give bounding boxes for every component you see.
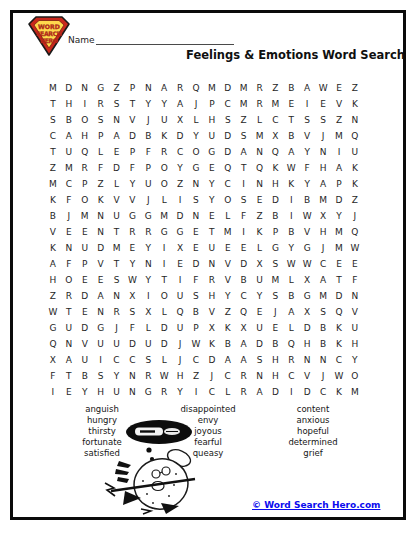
grid-cell: I [140,288,156,304]
grid-cell: Q [172,304,188,320]
grid-cell: U [61,320,77,336]
grid-cell: I [77,96,93,112]
grid-cell: K [45,192,61,208]
grid-cell: C [236,288,252,304]
grid-cell: H [61,96,77,112]
grid-cell: D [109,160,125,176]
potato-mascot-cartoon [95,411,210,515]
grid-cell: M [220,224,236,240]
grid-cell: U [109,384,125,400]
word-search-hero-logo-icon: WORD SEARCH HERO [26,13,72,59]
grid-cell: Z [347,192,363,208]
grid-cell: B [267,208,283,224]
grid-cell: H [93,384,109,400]
grid-cell: M [315,192,331,208]
grid-cell: N [299,352,315,368]
grid-cell: Z [109,80,125,96]
grid-cell: U [140,176,156,192]
grid-cell: A [252,384,268,400]
grid-cell: C [220,176,236,192]
grid-cell: D [299,320,315,336]
grid-cell: E [347,256,363,272]
grid-cell: L [188,112,204,128]
grid-cell: C [188,352,204,368]
grid-cell: E [204,160,220,176]
grid-cell: N [188,176,204,192]
grid-cell: Q [331,304,347,320]
grid-cell: M [77,208,93,224]
grid-cell: Q [267,144,283,160]
grid-cell: D [236,256,252,272]
grid-cell: B [283,224,299,240]
grid-cell: P [267,224,283,240]
grid-cell: U [347,144,363,160]
grid-cell: D [77,288,93,304]
grid-cell: N [188,208,204,224]
grid-cell: C [315,384,331,400]
grid-cell: U [93,336,109,352]
grid-cell: B [283,128,299,144]
grid-cell: M [315,288,331,304]
grid-cell: R [61,288,77,304]
grid-cell: Q [220,160,236,176]
grid-cell: N [252,368,268,384]
grid-cell: L [109,176,125,192]
grid-cell: N [109,112,125,128]
grid-cell: Y [299,176,315,192]
grid-cell: D [220,128,236,144]
grid-cell: K [347,176,363,192]
grid-cell: J [109,320,125,336]
grid-cell: E [204,208,220,224]
grid-cell: K [347,96,363,112]
grid-cell: M [331,240,347,256]
grid-cell: G [267,240,283,256]
grid-cell: U [156,112,172,128]
grid-cell: N [347,288,363,304]
grid-cell: C [331,352,347,368]
grid-cell: V [93,256,109,272]
grid-cell: D [77,320,93,336]
grid-cell: M [156,208,172,224]
grid-cell: K [93,192,109,208]
grid-cell: S [109,96,125,112]
grid-cell: E [220,240,236,256]
grid-cell: L [220,384,236,400]
grid-cell: H [204,288,220,304]
grid-cell: D [267,192,283,208]
grid-cell: P [93,128,109,144]
name-blank-line [96,31,234,45]
grid-cell: X [267,128,283,144]
grid-cell: G [156,224,172,240]
word-list-item: hopeful [288,426,337,437]
grid-cell: E [77,272,93,288]
grid-cell: S [267,256,283,272]
grid-cell: G [172,224,188,240]
grid-cell: M [45,80,61,96]
grid-cell: Z [347,80,363,96]
grid-cell: U [61,144,77,160]
grid-cell: K [156,128,172,144]
grid-cell: Q [252,160,268,176]
grid-cell: D [331,192,347,208]
grid-cell: L [283,272,299,288]
grid-cell: E [109,144,125,160]
grid-cell: T [45,144,61,160]
grid-cell: M [347,384,363,400]
grid-cell: I [331,144,347,160]
grid-cell: N [252,144,268,160]
grid-cell: Z [93,176,109,192]
grid-cell: I [172,272,188,288]
grid-cell: J [140,192,156,208]
grid-cell: B [220,336,236,352]
grid-cell: P [204,96,220,112]
grid-cell: N [61,336,77,352]
word-list-item: anxious [288,415,337,426]
grid-cell: Y [140,240,156,256]
grid-cell: A [156,80,172,96]
grid-cell: W [315,80,331,96]
grid-cell: N [124,384,140,400]
grid-cell: M [267,96,283,112]
grid-cell: K [347,160,363,176]
grid-cell: Y [331,208,347,224]
grid-cell: J [140,112,156,128]
logo-word-line: WORD [38,23,60,30]
word-search-hero-link[interactable]: © Word Search Hero.com [252,500,380,510]
grid-cell: S [315,112,331,128]
grid-cell: T [109,256,125,272]
grid-cell: S [299,112,315,128]
grid-cell: S [220,112,236,128]
grid-cell: O [156,288,172,304]
grid-cell: Q [77,144,93,160]
grid-cell: F [61,192,77,208]
grid-cell: R [109,304,125,320]
grid-cell: I [93,352,109,368]
grid-cell: A [331,160,347,176]
grid-cell: E [236,240,252,256]
grid-cell: A [315,272,331,288]
grid-cell: R [93,96,109,112]
grid-cell: S [93,368,109,384]
grid-cell: X [315,208,331,224]
grid-cell: J [61,208,77,224]
grid-cell: Z [267,80,283,96]
grid-cell: I [156,240,172,256]
grid-cell: X [172,112,188,128]
grid-cell: U [109,208,125,224]
grid-cell: N [124,368,140,384]
grid-cell: J [315,240,331,256]
grid-cell: D [93,240,109,256]
grid-cell: O [156,176,172,192]
grid-cell: J [188,96,204,112]
grid-cell: T [61,304,77,320]
grid-cell: C [267,112,283,128]
grid-cell: N [140,256,156,272]
grid-cell: D [299,384,315,400]
grid-cell: K [45,240,61,256]
grid-cell: U [204,240,220,256]
grid-cell: A [93,288,109,304]
grid-cell: E [331,256,347,272]
grid-cell: R [236,368,252,384]
grid-cell: M [252,128,268,144]
grid-cell: Y [283,240,299,256]
grid-cell: I [236,176,252,192]
grid-cell: W [124,272,140,288]
grid-cell: T [283,112,299,128]
grid-cell: M [61,160,77,176]
grid-cell: J [315,128,331,144]
grid-cell: R [283,352,299,368]
grid-cell: Z [331,112,347,128]
grid-cell: I [45,384,61,400]
grid-cell: A [61,128,77,144]
grid-cell: R [252,80,268,96]
grid-cell: R [140,224,156,240]
grid-cell: I [283,192,299,208]
grid-cell: H [315,224,331,240]
mascot-arm [115,461,131,483]
grid-cell: Y [124,176,140,192]
grid-cell: J [267,304,283,320]
grid-cell: O [347,368,363,384]
grid-cell: O [156,160,172,176]
grid-cell: Y [188,128,204,144]
grid-cell: C [204,384,220,400]
grid-cell: Q [283,336,299,352]
grid-cell: L [220,208,236,224]
grid-cell: U [204,128,220,144]
grid-cell: L [156,192,172,208]
grid-cell: F [140,144,156,160]
grid-cell: B [77,368,93,384]
grid-cell: W [299,208,315,224]
grid-cell: H [267,176,283,192]
grid-cell: E [172,256,188,272]
grid-cell: G [124,208,140,224]
grid-cell: M [236,96,252,112]
grid-cell: Q [236,304,252,320]
grid-cell: U [77,240,93,256]
grid-cell: E [252,192,268,208]
grid-cell: T [61,368,77,384]
grid-cell: C [61,176,77,192]
grid-cell: A [315,176,331,192]
grid-cell: K [204,336,220,352]
grid-cell: R [124,224,140,240]
grid-cell: U [172,320,188,336]
grid-cell: Y [140,272,156,288]
grid-cell: Z [45,160,61,176]
grid-cell: K [252,224,268,240]
grid-cell: B [236,272,252,288]
grid-cell: R [140,368,156,384]
grid-cell: K [331,320,347,336]
grid-cell: C [172,144,188,160]
logo-hero-line: HERO [40,37,58,44]
grid-cell: L [93,144,109,160]
grid-cell: R [204,272,220,288]
grid-cell: Z [172,176,188,192]
grid-cell: M [204,80,220,96]
grid-cell: I [236,224,252,240]
grid-cell: G [93,80,109,96]
grid-cell: D [331,288,347,304]
grid-cell: J [315,368,331,384]
grid-cell: L [252,240,268,256]
grid-cell: B [283,80,299,96]
grid-cell: T [331,272,347,288]
grid-cell: U [109,336,125,352]
grid-cell: B [299,192,315,208]
grid-cell: Z [236,112,252,128]
grid-cell: F [124,160,140,176]
grid-cell: D [220,144,236,160]
grid-cell: C [109,352,125,368]
grid-cell: Y [77,384,93,400]
grid-cell: P [140,160,156,176]
grid-cell: K [283,176,299,192]
grid-cell: U [252,320,268,336]
grid-cell: P [188,320,204,336]
grid-cell: E [77,224,93,240]
grid-cell: H [77,128,93,144]
grid-cell: N [77,80,93,96]
grid-cell: T [45,96,61,112]
grid-cell: M [331,128,347,144]
grid-cell: W [188,336,204,352]
grid-cell: R [236,384,252,400]
grid-cell: R [252,96,268,112]
grid-cell: S [140,352,156,368]
grid-cell: S [109,272,125,288]
grid-cell: D [124,336,140,352]
grid-cell: E [331,80,347,96]
grid-cell: I [283,384,299,400]
grid-cell: X [299,304,315,320]
grid-cell: O [77,112,93,128]
grid-cell: M [331,224,347,240]
grid-cell: M [45,176,61,192]
grid-cell: E [252,304,268,320]
grid-cell: L [283,320,299,336]
grid-cell: B [188,304,204,320]
grid-cell: T [236,160,252,176]
word-list-item: determined [288,437,337,448]
grid-cell: V [124,192,140,208]
grid-cell: V [220,272,236,288]
grid-cell: W [283,160,299,176]
grid-cell: S [315,304,331,320]
grid-cell: F [45,368,61,384]
grid-cell: G [140,384,156,400]
grid-cell: S [93,112,109,128]
grid-cell: N [347,112,363,128]
grid-cell: Q [45,336,61,352]
grid-cell: X [172,240,188,256]
grid-cell: Z [45,288,61,304]
grid-cell: C [283,368,299,384]
grid-cell: I [283,208,299,224]
grid-cell: H [172,368,188,384]
grid-cell: N [315,352,331,368]
grid-cell: V [204,304,220,320]
grid-cell: Z [220,304,236,320]
grid-cell: V [124,112,140,128]
grid-cell: U [347,320,363,336]
grid-cell: D [172,208,188,224]
grid-cell: P [331,176,347,192]
puzzle-title: Feelings & Emotions Word Search [186,48,405,62]
grid-cell: J [172,352,188,368]
grid-cell: T [124,96,140,112]
grid-cell: I [188,384,204,400]
grid-cell: T [204,224,220,240]
grid-cell: Y [140,96,156,112]
grid-cell: X [140,304,156,320]
grid-cell: D [124,128,140,144]
grid-cell: G [204,144,220,160]
speed-bolt-2 [141,509,151,514]
grid-cell: Q [347,224,363,240]
grid-cell: H [45,272,61,288]
grid-cell: Q [188,80,204,96]
grid-cell: L [156,352,172,368]
grid-cell: N [93,224,109,240]
grid-cell: W [347,240,363,256]
grid-cell: Y [299,144,315,160]
logo-search-line: SEARCH [36,30,62,37]
grid-cell: B [45,208,61,224]
grid-cell: B [315,336,331,352]
grid-cell: N [204,256,220,272]
grid-cell: J [172,336,188,352]
grid-cell: P [124,80,140,96]
grid-cell: Z [188,368,204,384]
grid-cell: Y [204,176,220,192]
grid-cell: S [188,192,204,208]
grid-cell: V [77,336,93,352]
grid-cell: D [156,336,172,352]
grid-cell: P [124,144,140,160]
grid-cell: N [61,240,77,256]
grid-cell: V [331,96,347,112]
grid-cell: G [188,160,204,176]
grid-cell: W [299,256,315,272]
grid-cell: N [93,208,109,224]
grid-cell: H [267,352,283,368]
grid-cell: B [61,112,77,128]
grid-cell: D [204,352,220,368]
grid-cell: A [283,144,299,160]
grid-cell: Y [204,192,220,208]
word-list-column-3: contentanxioushopefuldeterminedgrief [288,404,337,459]
grid-cell: X [45,352,61,368]
grid-cell: T [109,224,125,240]
grid-cell: I [299,96,315,112]
grid-cell: V [299,224,315,240]
grid-cell: V [220,256,236,272]
grid-cell: K [267,160,283,176]
grid-cell: E [315,96,331,112]
word-list-item: grief [288,448,337,459]
grid-cell: S [236,192,252,208]
